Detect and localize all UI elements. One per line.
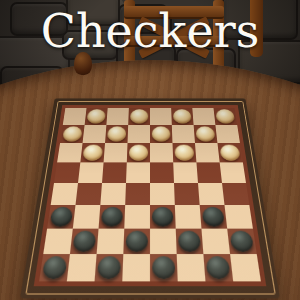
- square-h1: [230, 254, 261, 281]
- square-b4[interactable]: [75, 183, 102, 205]
- piece-black[interactable]: [97, 256, 121, 278]
- square-b3: [73, 205, 101, 229]
- piece-white[interactable]: [216, 109, 235, 123]
- square-c6: [104, 143, 128, 162]
- square-c4: [100, 183, 126, 205]
- square-a8: [63, 108, 87, 125]
- square-a5[interactable]: [54, 162, 80, 183]
- square-d8[interactable]: [128, 108, 150, 125]
- square-h7: [215, 125, 240, 143]
- square-b6[interactable]: [80, 143, 105, 162]
- checkers-board: [20, 98, 280, 298]
- square-d5: [126, 162, 150, 183]
- square-e8: [150, 108, 172, 125]
- piece-black[interactable]: [202, 207, 225, 226]
- square-g2: [201, 229, 230, 254]
- square-e5[interactable]: [150, 162, 174, 183]
- square-g1[interactable]: [203, 254, 233, 281]
- square-g6: [195, 143, 220, 162]
- square-d3: [124, 205, 150, 229]
- square-d7: [128, 125, 150, 143]
- square-c1[interactable]: [95, 254, 124, 281]
- square-f8[interactable]: [171, 108, 193, 125]
- square-f5: [173, 162, 198, 183]
- square-e7[interactable]: [150, 125, 172, 143]
- square-g7[interactable]: [194, 125, 218, 143]
- square-g4: [198, 183, 225, 205]
- square-d6[interactable]: [127, 143, 150, 162]
- square-h3: [225, 205, 253, 229]
- square-f1: [177, 254, 206, 281]
- square-h6[interactable]: [217, 143, 242, 162]
- square-g5[interactable]: [196, 162, 222, 183]
- piece-white[interactable]: [220, 145, 241, 161]
- piece-white[interactable]: [175, 145, 195, 161]
- square-a2: [43, 229, 73, 254]
- square-d2[interactable]: [123, 229, 150, 254]
- square-e2: [150, 229, 177, 254]
- piece-white[interactable]: [107, 127, 126, 142]
- game-title: Checkers: [0, 4, 300, 58]
- square-c8: [106, 108, 128, 125]
- square-h4[interactable]: [222, 183, 249, 205]
- square-e6: [150, 143, 173, 162]
- square-c7[interactable]: [105, 125, 128, 143]
- square-b7: [83, 125, 107, 143]
- square-e1[interactable]: [150, 254, 178, 281]
- piece-black[interactable]: [42, 256, 67, 278]
- piece-black[interactable]: [230, 231, 254, 252]
- square-h5: [220, 162, 246, 183]
- square-g3[interactable]: [200, 205, 228, 229]
- square-b8[interactable]: [85, 108, 108, 125]
- square-d1: [122, 254, 150, 281]
- square-h8[interactable]: [213, 108, 237, 125]
- square-f7: [172, 125, 195, 143]
- piece-white[interactable]: [173, 109, 191, 123]
- piece-white[interactable]: [130, 109, 148, 123]
- square-e4: [150, 183, 175, 205]
- square-a4: [51, 183, 78, 205]
- square-f4[interactable]: [174, 183, 200, 205]
- board-grid: [34, 105, 267, 286]
- piece-black[interactable]: [73, 231, 96, 252]
- square-b2[interactable]: [70, 229, 99, 254]
- square-a3[interactable]: [47, 205, 75, 229]
- piece-black[interactable]: [126, 231, 148, 252]
- square-b5: [78, 162, 104, 183]
- game-scene: Checkers: [0, 0, 300, 300]
- square-f2[interactable]: [176, 229, 204, 254]
- square-f6[interactable]: [172, 143, 196, 162]
- piece-white[interactable]: [129, 145, 148, 161]
- square-d4[interactable]: [125, 183, 150, 205]
- piece-white[interactable]: [152, 127, 170, 142]
- piece-black[interactable]: [101, 207, 123, 226]
- piece-black[interactable]: [178, 231, 201, 252]
- square-c2: [97, 229, 125, 254]
- piece-white[interactable]: [62, 127, 82, 142]
- piece-black[interactable]: [50, 207, 73, 226]
- piece-black[interactable]: [152, 207, 173, 226]
- square-b1: [67, 254, 97, 281]
- piece-white[interactable]: [196, 127, 216, 142]
- square-c5[interactable]: [102, 162, 127, 183]
- square-h2[interactable]: [227, 229, 257, 254]
- piece-black[interactable]: [206, 256, 230, 278]
- square-a7[interactable]: [60, 125, 85, 143]
- piece-white[interactable]: [87, 109, 106, 123]
- piece-white[interactable]: [83, 145, 103, 161]
- square-f3: [175, 205, 202, 229]
- piece-black[interactable]: [152, 256, 175, 278]
- square-a6: [57, 143, 82, 162]
- square-e3[interactable]: [150, 205, 176, 229]
- square-g8: [192, 108, 215, 125]
- square-a1[interactable]: [39, 254, 70, 281]
- square-c3[interactable]: [99, 205, 126, 229]
